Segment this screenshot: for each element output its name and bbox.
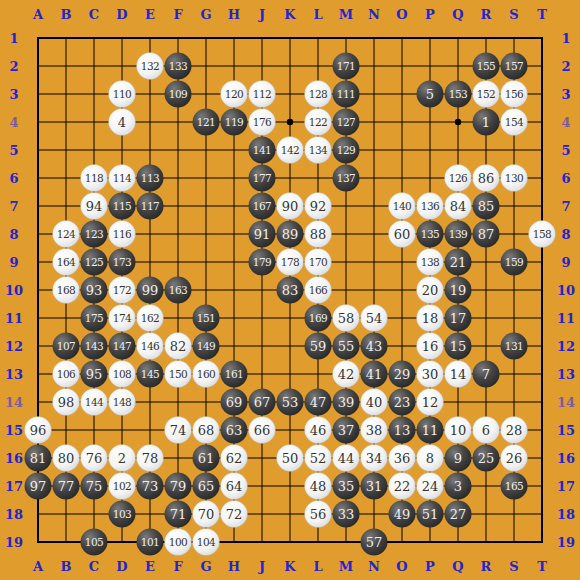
move-number: 60 — [394, 228, 411, 241]
move-number: 31 — [366, 480, 383, 493]
stone-H15-move-63[interactable]: 63 — [221, 417, 248, 444]
stone-Q15-move-10[interactable]: 10 — [445, 417, 472, 444]
stone-B16-move-80[interactable]: 80 — [53, 445, 80, 472]
stone-R13-move-7[interactable]: 7 — [473, 361, 500, 388]
move-number: 30 — [422, 368, 439, 381]
stone-E19-move-101[interactable]: 101 — [137, 529, 164, 556]
move-number: 143 — [85, 341, 104, 352]
move-number: 56 — [310, 508, 327, 521]
move-number: 94 — [86, 200, 103, 213]
stone-N12-move-43[interactable]: 43 — [361, 333, 388, 360]
move-number: 177 — [253, 173, 272, 184]
move-number: 12 — [422, 396, 439, 409]
col-label-bottom-H: H — [228, 559, 240, 574]
stone-C17-move-75[interactable]: 75 — [81, 473, 108, 500]
stone-O7-move-140[interactable]: 140 — [389, 193, 416, 220]
stone-Q18-move-27[interactable]: 27 — [445, 501, 472, 528]
move-number: 21 — [450, 256, 467, 269]
col-label-top-O: O — [396, 7, 407, 22]
stone-C7-move-94[interactable]: 94 — [81, 193, 108, 220]
move-number: 5 — [426, 88, 434, 101]
stone-K8-move-89[interactable]: 89 — [277, 221, 304, 248]
move-number: 25 — [478, 452, 495, 465]
move-number: 82 — [170, 340, 187, 353]
col-label-top-J: J — [259, 7, 265, 22]
row-label-left-15: 15 — [5, 423, 23, 438]
move-number: 170 — [309, 257, 328, 268]
stone-R4-move-1[interactable]: 1 — [473, 109, 500, 136]
move-number: 49 — [394, 508, 411, 521]
move-number: 23 — [394, 396, 411, 409]
stone-P10-move-20[interactable]: 20 — [417, 277, 444, 304]
stone-M16-move-44[interactable]: 44 — [333, 445, 360, 472]
stone-Q16-move-9[interactable]: 9 — [445, 445, 472, 472]
stone-P11-move-18[interactable]: 18 — [417, 305, 444, 332]
move-number: 97 — [30, 480, 47, 493]
stone-P15-move-11[interactable]: 11 — [417, 417, 444, 444]
stone-N17-move-31[interactable]: 31 — [361, 473, 388, 500]
move-number: 179 — [253, 257, 272, 268]
stone-M17-move-35[interactable]: 35 — [333, 473, 360, 500]
col-label-top-R: R — [481, 7, 492, 22]
stone-L15-move-46[interactable]: 46 — [305, 417, 332, 444]
stone-P14-move-12[interactable]: 12 — [417, 389, 444, 416]
stone-K5-move-142[interactable]: 142 — [277, 137, 304, 164]
move-number: 39 — [338, 396, 355, 409]
stone-K9-move-178[interactable]: 178 — [277, 249, 304, 276]
stone-S15-move-28[interactable]: 28 — [501, 417, 528, 444]
stone-M5-move-129[interactable]: 129 — [333, 137, 360, 164]
move-number: 93 — [86, 284, 103, 297]
move-number: 47 — [310, 396, 327, 409]
move-number: 130 — [505, 173, 524, 184]
col-label-bottom-L: L — [313, 559, 322, 574]
stone-G15-move-68[interactable]: 68 — [193, 417, 220, 444]
stone-J7-move-167[interactable]: 167 — [249, 193, 276, 220]
row-label-right-11: 11 — [557, 311, 575, 326]
stone-G16-move-61[interactable]: 61 — [193, 445, 220, 472]
move-number: 113 — [141, 173, 160, 184]
move-number: 77 — [58, 480, 75, 493]
move-number: 171 — [337, 61, 356, 72]
stone-B9-move-164[interactable]: 164 — [53, 249, 80, 276]
stone-E12-move-146[interactable]: 146 — [137, 333, 164, 360]
stone-D18-move-103[interactable]: 103 — [109, 501, 136, 528]
move-number: 20 — [422, 284, 439, 297]
stone-D12-move-147[interactable]: 147 — [109, 333, 136, 360]
stone-Q11-move-17[interactable]: 17 — [445, 305, 472, 332]
stone-H18-move-72[interactable]: 72 — [221, 501, 248, 528]
stone-E11-move-162[interactable]: 162 — [137, 305, 164, 332]
move-number: 152 — [477, 89, 496, 100]
row-label-right-14: 14 — [557, 395, 575, 410]
move-number: 92 — [310, 200, 327, 213]
stone-N11-move-54[interactable]: 54 — [361, 305, 388, 332]
move-number: 69 — [226, 396, 243, 409]
stone-F13-move-150[interactable]: 150 — [165, 361, 192, 388]
stone-M6-move-137[interactable]: 137 — [333, 165, 360, 192]
stone-L16-move-52[interactable]: 52 — [305, 445, 332, 472]
move-number: 98 — [58, 396, 75, 409]
col-label-top-S: S — [509, 7, 518, 22]
stone-C19-move-105[interactable]: 105 — [81, 529, 108, 556]
stone-H16-move-62[interactable]: 62 — [221, 445, 248, 472]
stone-R15-move-6[interactable]: 6 — [473, 417, 500, 444]
stone-B10-move-168[interactable]: 168 — [53, 277, 80, 304]
stone-K7-move-90[interactable]: 90 — [277, 193, 304, 220]
move-number: 70 — [198, 508, 215, 521]
stone-P17-move-24[interactable]: 24 — [417, 473, 444, 500]
col-label-bottom-G: G — [200, 559, 211, 574]
stone-A15-move-96[interactable]: 96 — [25, 417, 52, 444]
stone-G18-move-70[interactable]: 70 — [193, 501, 220, 528]
stone-L9-move-170[interactable]: 170 — [305, 249, 332, 276]
stone-S3-move-156[interactable]: 156 — [501, 81, 528, 108]
stone-D17-move-102[interactable]: 102 — [109, 473, 136, 500]
stone-F2-move-133[interactable]: 133 — [165, 53, 192, 80]
stone-O17-move-22[interactable]: 22 — [389, 473, 416, 500]
row-label-right-10: 10 — [557, 283, 575, 298]
move-number: 101 — [141, 537, 160, 548]
move-number: 156 — [505, 89, 524, 100]
stone-R7-move-85[interactable]: 85 — [473, 193, 500, 220]
hoshi-point-Q4 — [455, 119, 461, 125]
stone-C11-move-175[interactable]: 175 — [81, 305, 108, 332]
stone-N13-move-41[interactable]: 41 — [361, 361, 388, 388]
stone-S6-move-130[interactable]: 130 — [501, 165, 528, 192]
row-label-left-14: 14 — [5, 395, 23, 410]
move-number: 107 — [57, 341, 76, 352]
move-number: 87 — [478, 228, 495, 241]
move-number: 75 — [86, 480, 103, 493]
move-number: 173 — [113, 257, 132, 268]
stone-L12-move-59[interactable]: 59 — [305, 333, 332, 360]
move-number: 48 — [310, 480, 327, 493]
col-label-bottom-S: S — [509, 559, 518, 574]
stone-B13-move-106[interactable]: 106 — [53, 361, 80, 388]
move-number: 62 — [226, 452, 243, 465]
stone-S4-move-154[interactable]: 154 — [501, 109, 528, 136]
stone-M11-move-58[interactable]: 58 — [333, 305, 360, 332]
move-number: 114 — [113, 173, 132, 184]
stone-D14-move-148[interactable]: 148 — [109, 389, 136, 416]
stone-J14-move-67[interactable]: 67 — [249, 389, 276, 416]
move-number: 133 — [169, 61, 188, 72]
stone-D16-move-2[interactable]: 2 — [109, 445, 136, 472]
stone-M3-move-111[interactable]: 111 — [333, 81, 360, 108]
stone-G12-move-149[interactable]: 149 — [193, 333, 220, 360]
move-number: 100 — [169, 537, 188, 548]
stone-C8-move-123[interactable]: 123 — [81, 221, 108, 248]
stone-C13-move-95[interactable]: 95 — [81, 361, 108, 388]
stone-S16-move-26[interactable]: 26 — [501, 445, 528, 472]
stone-F17-move-79[interactable]: 79 — [165, 473, 192, 500]
stone-L17-move-48[interactable]: 48 — [305, 473, 332, 500]
stone-B14-move-98[interactable]: 98 — [53, 389, 80, 416]
stone-M2-move-171[interactable]: 171 — [333, 53, 360, 80]
stone-D10-move-172[interactable]: 172 — [109, 277, 136, 304]
stone-N16-move-34[interactable]: 34 — [361, 445, 388, 472]
stone-D3-move-110[interactable]: 110 — [109, 81, 136, 108]
move-number: 147 — [113, 341, 132, 352]
move-number: 90 — [282, 200, 299, 213]
move-number: 51 — [422, 508, 439, 521]
stone-F10-move-163[interactable]: 163 — [165, 277, 192, 304]
move-number: 53 — [282, 396, 299, 409]
stone-P16-move-8[interactable]: 8 — [417, 445, 444, 472]
move-number: 157 — [505, 61, 524, 72]
stone-E10-move-99[interactable]: 99 — [137, 277, 164, 304]
stone-S2-move-157[interactable]: 157 — [501, 53, 528, 80]
stone-L18-move-56[interactable]: 56 — [305, 501, 332, 528]
stone-C16-move-76[interactable]: 76 — [81, 445, 108, 472]
stone-G11-move-151[interactable]: 151 — [193, 305, 220, 332]
stone-E2-move-132[interactable]: 132 — [137, 53, 164, 80]
stone-O14-move-23[interactable]: 23 — [389, 389, 416, 416]
stone-G4-move-121[interactable]: 121 — [193, 109, 220, 136]
col-label-top-Q: Q — [452, 7, 463, 22]
row-label-right-19: 19 — [557, 535, 575, 550]
col-label-bottom-Q: Q — [452, 559, 463, 574]
stone-F12-move-82[interactable]: 82 — [165, 333, 192, 360]
move-number: 8 — [426, 452, 434, 465]
stone-Q7-move-84[interactable]: 84 — [445, 193, 472, 220]
stone-J5-move-141[interactable]: 141 — [249, 137, 276, 164]
stone-J3-move-112[interactable]: 112 — [249, 81, 276, 108]
stone-M13-move-42[interactable]: 42 — [333, 361, 360, 388]
stone-M14-move-39[interactable]: 39 — [333, 389, 360, 416]
stone-R3-move-152[interactable]: 152 — [473, 81, 500, 108]
stone-D4-move-4[interactable]: 4 — [109, 109, 136, 136]
stone-A17-move-97[interactable]: 97 — [25, 473, 52, 500]
stone-R16-move-25[interactable]: 25 — [473, 445, 500, 472]
stone-L4-move-122[interactable]: 122 — [305, 109, 332, 136]
stone-D11-move-174[interactable]: 174 — [109, 305, 136, 332]
move-number: 52 — [310, 452, 327, 465]
move-number: 125 — [85, 257, 104, 268]
stone-J6-move-177[interactable]: 177 — [249, 165, 276, 192]
stone-G17-move-65[interactable]: 65 — [193, 473, 220, 500]
stone-E7-move-117[interactable]: 117 — [137, 193, 164, 220]
stone-A16-move-81[interactable]: 81 — [25, 445, 52, 472]
row-label-left-17: 17 — [5, 479, 23, 494]
stone-P3-move-5[interactable]: 5 — [417, 81, 444, 108]
stone-J15-move-66[interactable]: 66 — [249, 417, 276, 444]
stone-L10-move-166[interactable]: 166 — [305, 277, 332, 304]
stone-C10-move-93[interactable]: 93 — [81, 277, 108, 304]
stone-F18-move-71[interactable]: 71 — [165, 501, 192, 528]
stone-L3-move-128[interactable]: 128 — [305, 81, 332, 108]
move-number: 110 — [113, 89, 132, 100]
move-number: 135 — [421, 229, 440, 240]
move-number: 115 — [113, 201, 132, 212]
stone-L5-move-134[interactable]: 134 — [305, 137, 332, 164]
stone-D8-move-116[interactable]: 116 — [109, 221, 136, 248]
stone-T8-move-158[interactable]: 158 — [529, 221, 556, 248]
stone-E16-move-78[interactable]: 78 — [137, 445, 164, 472]
stone-C9-move-125[interactable]: 125 — [81, 249, 108, 276]
move-number: 81 — [30, 452, 47, 465]
stone-D9-move-173[interactable]: 173 — [109, 249, 136, 276]
stone-N15-move-38[interactable]: 38 — [361, 417, 388, 444]
move-number: 163 — [169, 285, 188, 296]
stone-J4-move-176[interactable]: 176 — [249, 109, 276, 136]
stone-K16-move-50[interactable]: 50 — [277, 445, 304, 472]
move-number: 117 — [141, 201, 160, 212]
stone-B12-move-107[interactable]: 107 — [53, 333, 80, 360]
stone-K10-move-83[interactable]: 83 — [277, 277, 304, 304]
move-number: 164 — [57, 257, 76, 268]
move-number: 165 — [505, 481, 524, 492]
stone-D6-move-114[interactable]: 114 — [109, 165, 136, 192]
stone-J8-move-91[interactable]: 91 — [249, 221, 276, 248]
stone-O16-move-36[interactable]: 36 — [389, 445, 416, 472]
stone-H3-move-120[interactable]: 120 — [221, 81, 248, 108]
stone-D13-move-108[interactable]: 108 — [109, 361, 136, 388]
stone-B8-move-124[interactable]: 124 — [53, 221, 80, 248]
stone-L8-move-88[interactable]: 88 — [305, 221, 332, 248]
col-label-top-B: B — [61, 7, 72, 22]
stone-N19-move-57[interactable]: 57 — [361, 529, 388, 556]
move-number: 6 — [482, 424, 490, 437]
stone-Q17-move-3[interactable]: 3 — [445, 473, 472, 500]
col-label-bottom-P: P — [425, 559, 435, 574]
row-label-right-4: 4 — [561, 115, 570, 130]
move-number: 149 — [197, 341, 216, 352]
move-number: 134 — [309, 145, 328, 156]
move-number: 158 — [533, 229, 552, 240]
move-number: 176 — [253, 117, 272, 128]
move-number: 174 — [113, 313, 132, 324]
move-number: 121 — [197, 117, 216, 128]
stone-N14-move-40[interactable]: 40 — [361, 389, 388, 416]
row-label-left-8: 8 — [9, 227, 18, 242]
stone-B17-move-77[interactable]: 77 — [53, 473, 80, 500]
move-number: 7 — [482, 368, 490, 381]
move-number: 71 — [170, 508, 187, 521]
stone-H17-move-64[interactable]: 64 — [221, 473, 248, 500]
stone-L14-move-47[interactable]: 47 — [305, 389, 332, 416]
row-label-left-16: 16 — [5, 451, 23, 466]
move-number: 145 — [141, 369, 160, 380]
stone-P7-move-136[interactable]: 136 — [417, 193, 444, 220]
move-number: 34 — [366, 452, 383, 465]
stone-M15-move-37[interactable]: 37 — [333, 417, 360, 444]
row-label-left-1: 1 — [9, 31, 18, 46]
go-board[interactable]: AABBCCDDEEFFGGHHJJKKLLMMNNOOPPQQRRSSTT11… — [0, 0, 580, 580]
move-number: 4 — [118, 116, 126, 129]
move-number: 148 — [113, 397, 132, 408]
stone-P9-move-138[interactable]: 138 — [417, 249, 444, 276]
stone-F15-move-74[interactable]: 74 — [165, 417, 192, 444]
stone-Q9-move-21[interactable]: 21 — [445, 249, 472, 276]
move-number: 73 — [142, 480, 159, 493]
move-number: 146 — [141, 341, 160, 352]
move-number: 89 — [282, 228, 299, 241]
move-number: 86 — [478, 172, 495, 185]
stone-P13-move-30[interactable]: 30 — [417, 361, 444, 388]
move-number: 105 — [85, 537, 104, 548]
move-number: 126 — [449, 173, 468, 184]
move-number: 85 — [478, 200, 495, 213]
stone-L7-move-92[interactable]: 92 — [305, 193, 332, 220]
stone-Q6-move-126[interactable]: 126 — [445, 165, 472, 192]
move-number: 66 — [254, 424, 271, 437]
move-number: 120 — [225, 89, 244, 100]
stone-H13-move-161[interactable]: 161 — [221, 361, 248, 388]
stone-Q13-move-14[interactable]: 14 — [445, 361, 472, 388]
move-number: 55 — [338, 340, 355, 353]
stone-M4-move-127[interactable]: 127 — [333, 109, 360, 136]
move-number: 67 — [254, 396, 271, 409]
stone-L11-move-169[interactable]: 169 — [305, 305, 332, 332]
move-number: 168 — [57, 285, 76, 296]
stone-F3-move-109[interactable]: 109 — [165, 81, 192, 108]
move-number: 102 — [113, 481, 132, 492]
stone-O13-move-29[interactable]: 29 — [389, 361, 416, 388]
stone-M18-move-33[interactable]: 33 — [333, 501, 360, 528]
move-number: 54 — [366, 312, 383, 325]
move-number: 83 — [282, 284, 299, 297]
col-label-bottom-O: O — [396, 559, 407, 574]
stone-C14-move-144[interactable]: 144 — [81, 389, 108, 416]
col-label-top-T: T — [537, 7, 547, 22]
move-number: 68 — [198, 424, 215, 437]
stone-Q12-move-15[interactable]: 15 — [445, 333, 472, 360]
stone-G13-move-160[interactable]: 160 — [193, 361, 220, 388]
stone-G19-move-104[interactable]: 104 — [193, 529, 220, 556]
stone-Q10-move-19[interactable]: 19 — [445, 277, 472, 304]
stone-S17-move-165[interactable]: 165 — [501, 473, 528, 500]
move-number: 61 — [198, 452, 215, 465]
stone-O15-move-13[interactable]: 13 — [389, 417, 416, 444]
stone-P8-move-135[interactable]: 135 — [417, 221, 444, 248]
row-label-left-18: 18 — [5, 507, 23, 522]
stone-H4-move-119[interactable]: 119 — [221, 109, 248, 136]
row-label-left-7: 7 — [9, 199, 18, 214]
stone-E17-move-73[interactable]: 73 — [137, 473, 164, 500]
stone-Q3-move-153[interactable]: 153 — [445, 81, 472, 108]
stone-F19-move-100[interactable]: 100 — [165, 529, 192, 556]
move-number: 42 — [338, 368, 355, 381]
stone-S9-move-159[interactable]: 159 — [501, 249, 528, 276]
stone-O18-move-49[interactable]: 49 — [389, 501, 416, 528]
stone-K14-move-53[interactable]: 53 — [277, 389, 304, 416]
stone-O8-move-60[interactable]: 60 — [389, 221, 416, 248]
move-number: 141 — [253, 145, 272, 156]
stone-Q8-move-139[interactable]: 139 — [445, 221, 472, 248]
stone-J9-move-179[interactable]: 179 — [249, 249, 276, 276]
stone-D7-move-115[interactable]: 115 — [109, 193, 136, 220]
stone-R8-move-87[interactable]: 87 — [473, 221, 500, 248]
stone-P18-move-51[interactable]: 51 — [417, 501, 444, 528]
move-number: 88 — [310, 228, 327, 241]
stone-E13-move-145[interactable]: 145 — [137, 361, 164, 388]
stone-E6-move-113[interactable]: 113 — [137, 165, 164, 192]
stone-R2-move-155[interactable]: 155 — [473, 53, 500, 80]
move-number: 33 — [338, 508, 355, 521]
stone-S12-move-131[interactable]: 131 — [501, 333, 528, 360]
stone-H14-move-69[interactable]: 69 — [221, 389, 248, 416]
stone-M12-move-55[interactable]: 55 — [333, 333, 360, 360]
stone-P12-move-16[interactable]: 16 — [417, 333, 444, 360]
move-number: 124 — [57, 229, 76, 240]
move-number: 57 — [366, 536, 383, 549]
stone-C12-move-143[interactable]: 143 — [81, 333, 108, 360]
col-label-bottom-D: D — [116, 559, 127, 574]
stone-R6-move-86[interactable]: 86 — [473, 165, 500, 192]
stone-C6-move-118[interactable]: 118 — [81, 165, 108, 192]
